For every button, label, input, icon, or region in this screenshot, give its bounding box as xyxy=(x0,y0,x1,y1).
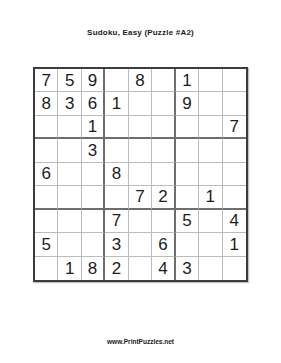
cell-r2c7: 9 xyxy=(176,92,199,115)
cell-r7c4: 7 xyxy=(105,210,128,233)
cell-r6c8: 1 xyxy=(199,186,222,209)
cell-r2c9[interactable] xyxy=(223,92,246,115)
cell-r5c7[interactable] xyxy=(176,163,199,186)
cell-r1c6[interactable] xyxy=(152,69,175,92)
cell-r3c7[interactable] xyxy=(176,116,199,139)
cell-r5c8[interactable] xyxy=(199,163,222,186)
cell-r1c3: 9 xyxy=(82,69,105,92)
cell-r1c5: 8 xyxy=(129,69,152,92)
cell-r9c6: 4 xyxy=(152,257,175,280)
cell-r8c6: 6 xyxy=(152,233,175,256)
cell-r8c4: 3 xyxy=(105,233,128,256)
cell-r2c4: 1 xyxy=(105,92,128,115)
cell-r7c1[interactable] xyxy=(35,210,58,233)
cell-r4c8[interactable] xyxy=(199,139,222,162)
cell-r4c1[interactable] xyxy=(35,139,58,162)
cell-r1c1: 7 xyxy=(35,69,58,92)
cell-r9c5[interactable] xyxy=(129,257,152,280)
cell-r4c6[interactable] xyxy=(152,139,175,162)
cell-r4c5[interactable] xyxy=(129,139,152,162)
cell-r3c8[interactable] xyxy=(199,116,222,139)
cell-r4c2[interactable] xyxy=(58,139,81,162)
cell-r4c9[interactable] xyxy=(223,139,246,162)
cell-r8c2[interactable] xyxy=(58,233,81,256)
cell-r7c8[interactable] xyxy=(199,210,222,233)
cell-r9c4: 2 xyxy=(105,257,128,280)
cell-r9c1[interactable] xyxy=(35,257,58,280)
cell-r6c9[interactable] xyxy=(223,186,246,209)
cell-r8c3[interactable] xyxy=(82,233,105,256)
sudoku-board: 759818361917368721754536118243 xyxy=(33,67,248,282)
cell-r8c8[interactable] xyxy=(199,233,222,256)
cell-r2c1: 8 xyxy=(35,92,58,115)
cell-r7c6[interactable] xyxy=(152,210,175,233)
cell-r8c9: 1 xyxy=(223,233,246,256)
cell-r3c9: 7 xyxy=(223,116,246,139)
cell-r2c5[interactable] xyxy=(129,92,152,115)
cell-r1c8[interactable] xyxy=(199,69,222,92)
cell-r3c5[interactable] xyxy=(129,116,152,139)
cell-r6c2[interactable] xyxy=(58,186,81,209)
cell-r6c6: 2 xyxy=(152,186,175,209)
cell-r3c3: 1 xyxy=(82,116,105,139)
cell-r4c4[interactable] xyxy=(105,139,128,162)
cell-r7c2[interactable] xyxy=(58,210,81,233)
cell-r2c2: 3 xyxy=(58,92,81,115)
cell-r9c9[interactable] xyxy=(223,257,246,280)
cell-r2c3: 6 xyxy=(82,92,105,115)
cell-r6c4[interactable] xyxy=(105,186,128,209)
cell-r6c3[interactable] xyxy=(82,186,105,209)
cell-r6c5: 7 xyxy=(129,186,152,209)
cell-r8c1: 5 xyxy=(35,233,58,256)
cell-r3c6[interactable] xyxy=(152,116,175,139)
cell-r4c3: 3 xyxy=(82,139,105,162)
cell-r5c2[interactable] xyxy=(58,163,81,186)
cell-r9c2: 1 xyxy=(58,257,81,280)
puzzle-title: Sudoku, Easy (Puzzle #A2) xyxy=(0,28,281,37)
cell-r4c7[interactable] xyxy=(176,139,199,162)
cell-r2c6[interactable] xyxy=(152,92,175,115)
cell-r8c7[interactable] xyxy=(176,233,199,256)
cell-r5c9[interactable] xyxy=(223,163,246,186)
footer-url: www.PrintPuzzles.net xyxy=(0,338,281,345)
cell-r7c5[interactable] xyxy=(129,210,152,233)
cell-r3c4[interactable] xyxy=(105,116,128,139)
cell-r1c7: 1 xyxy=(176,69,199,92)
cell-r5c3[interactable] xyxy=(82,163,105,186)
cell-r7c3[interactable] xyxy=(82,210,105,233)
cell-r5c6[interactable] xyxy=(152,163,175,186)
cell-r7c9: 4 xyxy=(223,210,246,233)
cell-r8c5[interactable] xyxy=(129,233,152,256)
cell-r9c8[interactable] xyxy=(199,257,222,280)
cell-r1c2: 5 xyxy=(58,69,81,92)
cell-r9c7: 3 xyxy=(176,257,199,280)
cell-r1c4[interactable] xyxy=(105,69,128,92)
cell-r9c3: 8 xyxy=(82,257,105,280)
cell-r1c9[interactable] xyxy=(223,69,246,92)
cell-r6c1[interactable] xyxy=(35,186,58,209)
cell-r5c4: 8 xyxy=(105,163,128,186)
cell-r7c7: 5 xyxy=(176,210,199,233)
cell-r5c5[interactable] xyxy=(129,163,152,186)
cell-r5c1: 6 xyxy=(35,163,58,186)
cell-r3c2[interactable] xyxy=(58,116,81,139)
cell-r3c1[interactable] xyxy=(35,116,58,139)
cell-r2c8[interactable] xyxy=(199,92,222,115)
cell-r6c7[interactable] xyxy=(176,186,199,209)
